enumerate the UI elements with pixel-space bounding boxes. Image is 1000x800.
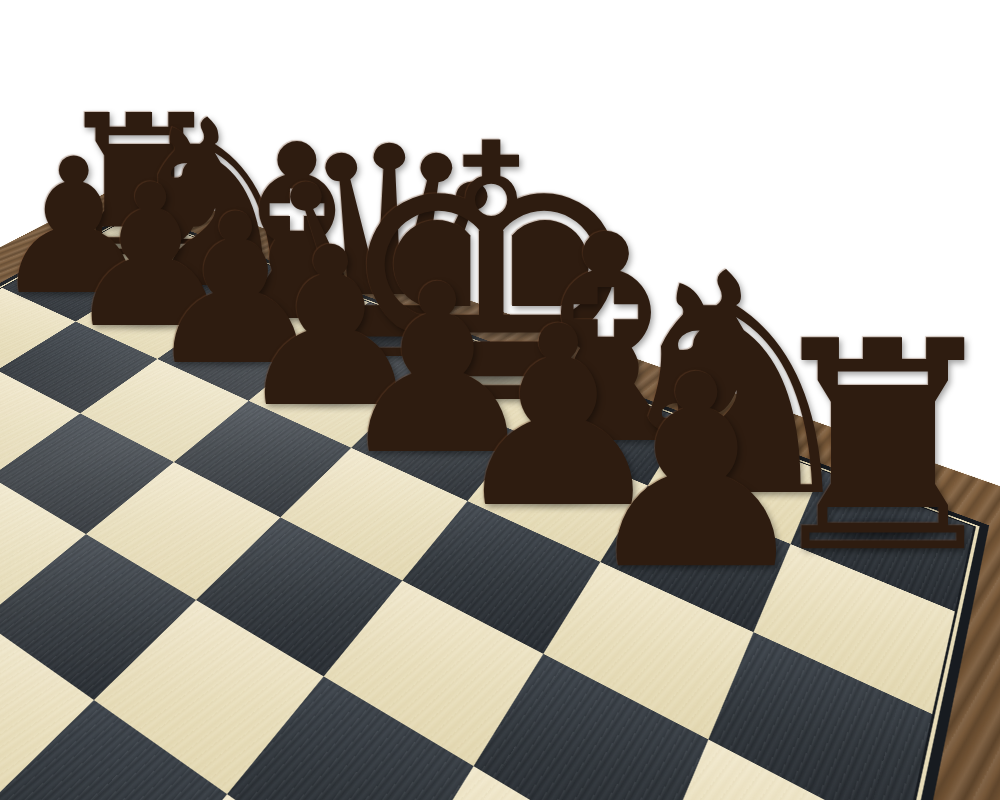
board-grid: [0, 215, 974, 800]
chess-board: [0, 215, 974, 800]
product-photo-chess-set: ♜♞♝♛♚♝♞♜♟♟♟♟♟♟♟: [0, 0, 1000, 800]
